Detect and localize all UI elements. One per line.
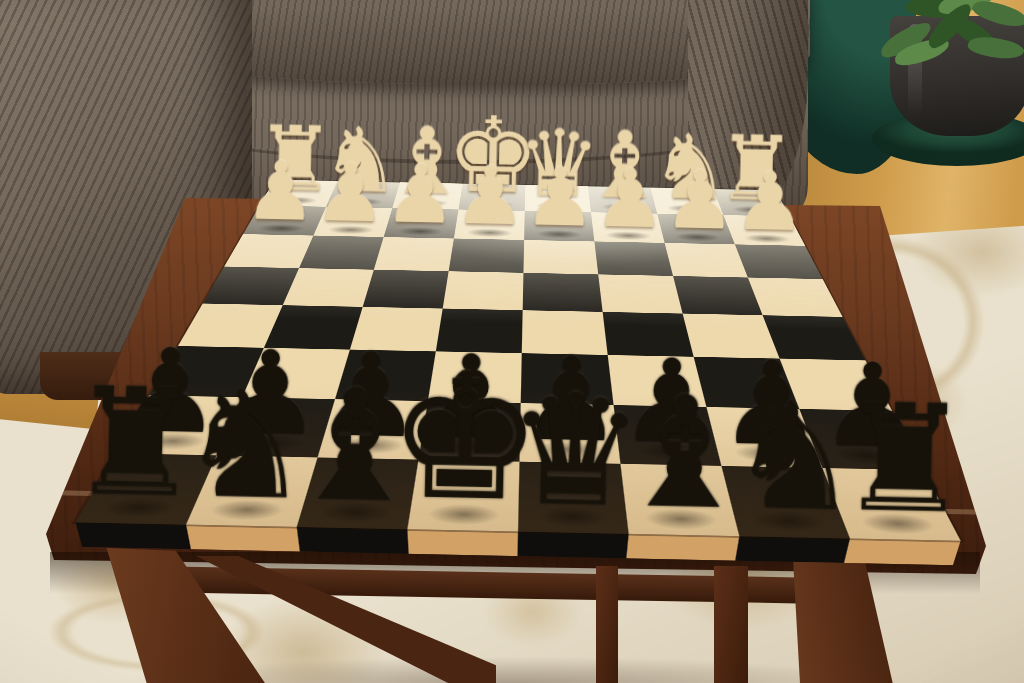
square-f2[interactable] xyxy=(384,208,459,238)
square-h1[interactable] xyxy=(260,180,338,207)
board-edge-stripe xyxy=(297,527,409,554)
square-e3[interactable] xyxy=(449,238,524,272)
square-d1[interactable] xyxy=(525,185,591,212)
square-f3[interactable] xyxy=(374,237,454,271)
square-e1[interactable] xyxy=(459,184,526,211)
square-a4[interactable] xyxy=(748,278,843,317)
board-edge-stripe xyxy=(735,536,850,563)
board-edge-stripe xyxy=(407,529,518,556)
black-rook-icon: ♜ xyxy=(807,384,1002,536)
square-b2[interactable] xyxy=(657,214,735,245)
square-c2[interactable] xyxy=(591,212,665,243)
square-f4[interactable] xyxy=(363,270,449,309)
square-d3[interactable] xyxy=(523,240,598,274)
square-b1[interactable] xyxy=(651,188,724,215)
square-g4[interactable] xyxy=(283,268,374,307)
square-c4[interactable] xyxy=(598,274,682,313)
piece-black-rook-a8[interactable]: ♜ xyxy=(822,468,960,541)
board-edge-stripe xyxy=(518,532,629,559)
square-g2[interactable] xyxy=(313,207,392,237)
board-edge-stripe xyxy=(186,525,300,552)
square-e4[interactable] xyxy=(443,271,524,310)
square-g1[interactable] xyxy=(326,181,400,208)
chess-scene: ♜♞♝♚♛♝♞♜♟♟♟♟♟♟♟♟♟♟♟♟♟♟♟♟♜♞♝♚♛♝♞♜ xyxy=(0,0,1024,683)
square-d2[interactable] xyxy=(524,211,594,242)
square-e2[interactable] xyxy=(454,210,525,240)
living-room-photo: ♜♞♝♚♛♝♞♜♟♟♟♟♟♟♟♟♟♟♟♟♟♟♟♟♜♞♝♚♛♝♞♜ xyxy=(0,0,1024,683)
square-a3[interactable] xyxy=(735,244,823,279)
square-c1[interactable] xyxy=(588,186,657,213)
square-g3[interactable] xyxy=(299,236,384,270)
board-edge-stripe xyxy=(75,522,191,549)
board-edge-stripe xyxy=(844,538,961,565)
square-f1[interactable] xyxy=(392,182,462,209)
board-edge-stripe xyxy=(626,534,739,561)
chess-board: ♜♞♝♚♛♝♞♜♟♟♟♟♟♟♟♟♟♟♟♟♟♟♟♟♜♞♝♚♛♝♞♜ xyxy=(75,180,960,541)
square-c3[interactable] xyxy=(594,241,673,276)
square-d4[interactable] xyxy=(523,273,603,312)
